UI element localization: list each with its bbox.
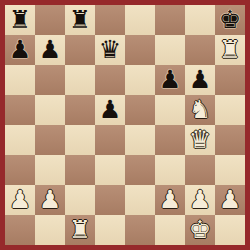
square-c2[interactable] bbox=[65, 185, 95, 215]
square-a4[interactable] bbox=[5, 125, 35, 155]
square-d1[interactable] bbox=[95, 215, 125, 245]
piece-black-pawn-a7: ♟ bbox=[5, 35, 35, 65]
piece-black-pawn-g6: ♟ bbox=[185, 65, 215, 95]
square-c6[interactable] bbox=[65, 65, 95, 95]
square-f5[interactable] bbox=[155, 95, 185, 125]
piece-white-pawn-h2: ♟ bbox=[215, 185, 245, 215]
square-h4[interactable] bbox=[215, 125, 245, 155]
square-c8[interactable]: ♜ bbox=[65, 5, 95, 35]
square-d6[interactable] bbox=[95, 65, 125, 95]
square-d5[interactable]: ♟ bbox=[95, 95, 125, 125]
square-g6[interactable]: ♟ bbox=[185, 65, 215, 95]
piece-black-pawn-d5: ♟ bbox=[95, 95, 125, 125]
square-b7[interactable]: ♟ bbox=[35, 35, 65, 65]
square-a7[interactable]: ♟ bbox=[5, 35, 35, 65]
square-h6[interactable] bbox=[215, 65, 245, 95]
square-b4[interactable] bbox=[35, 125, 65, 155]
square-c1[interactable]: ♜ bbox=[65, 215, 95, 245]
square-f6[interactable]: ♟ bbox=[155, 65, 185, 95]
square-e3[interactable] bbox=[125, 155, 155, 185]
piece-white-king-g1: ♚ bbox=[185, 215, 215, 245]
piece-white-knight-g5: ♞ bbox=[185, 95, 215, 125]
square-d3[interactable] bbox=[95, 155, 125, 185]
square-d2[interactable] bbox=[95, 185, 125, 215]
square-b6[interactable] bbox=[35, 65, 65, 95]
piece-black-pawn-b7: ♟ bbox=[35, 35, 65, 65]
square-b1[interactable] bbox=[35, 215, 65, 245]
square-e5[interactable] bbox=[125, 95, 155, 125]
square-g4[interactable]: ♛ bbox=[185, 125, 215, 155]
square-e1[interactable] bbox=[125, 215, 155, 245]
square-h7[interactable]: ♜ bbox=[215, 35, 245, 65]
square-a5[interactable] bbox=[5, 95, 35, 125]
piece-black-rook-c8: ♜ bbox=[65, 5, 95, 35]
square-d4[interactable] bbox=[95, 125, 125, 155]
square-b2[interactable]: ♟ bbox=[35, 185, 65, 215]
square-e7[interactable] bbox=[125, 35, 155, 65]
square-b5[interactable] bbox=[35, 95, 65, 125]
piece-white-pawn-a2: ♟ bbox=[5, 185, 35, 215]
square-e2[interactable] bbox=[125, 185, 155, 215]
square-a2[interactable]: ♟ bbox=[5, 185, 35, 215]
square-g7[interactable] bbox=[185, 35, 215, 65]
square-f8[interactable] bbox=[155, 5, 185, 35]
piece-white-rook-h7: ♜ bbox=[215, 35, 245, 65]
square-e8[interactable] bbox=[125, 5, 155, 35]
square-f7[interactable] bbox=[155, 35, 185, 65]
square-d8[interactable] bbox=[95, 5, 125, 35]
square-g3[interactable] bbox=[185, 155, 215, 185]
square-h8[interactable]: ♚ bbox=[215, 5, 245, 35]
piece-white-rook-c1: ♜ bbox=[65, 215, 95, 245]
square-h2[interactable]: ♟ bbox=[215, 185, 245, 215]
square-b8[interactable] bbox=[35, 5, 65, 35]
square-d7[interactable]: ♛ bbox=[95, 35, 125, 65]
square-g5[interactable]: ♞ bbox=[185, 95, 215, 125]
square-f3[interactable] bbox=[155, 155, 185, 185]
piece-white-pawn-f2: ♟ bbox=[155, 185, 185, 215]
square-h3[interactable] bbox=[215, 155, 245, 185]
piece-black-pawn-f6: ♟ bbox=[155, 65, 185, 95]
piece-black-king-h8: ♚ bbox=[215, 5, 245, 35]
piece-black-rook-a8: ♜ bbox=[5, 5, 35, 35]
chess-board: ♜♜♚♟♟♛♜♟♟♟♞♛♟♟♟♟♟♜♚ bbox=[5, 5, 245, 245]
square-f2[interactable]: ♟ bbox=[155, 185, 185, 215]
square-a1[interactable] bbox=[5, 215, 35, 245]
square-g2[interactable]: ♟ bbox=[185, 185, 215, 215]
square-e4[interactable] bbox=[125, 125, 155, 155]
square-b3[interactable] bbox=[35, 155, 65, 185]
square-g8[interactable] bbox=[185, 5, 215, 35]
piece-black-queen-d7: ♛ bbox=[95, 35, 125, 65]
piece-white-pawn-g2: ♟ bbox=[185, 185, 215, 215]
square-f1[interactable] bbox=[155, 215, 185, 245]
piece-white-pawn-b2: ♟ bbox=[35, 185, 65, 215]
square-c5[interactable] bbox=[65, 95, 95, 125]
square-h5[interactable] bbox=[215, 95, 245, 125]
square-c3[interactable] bbox=[65, 155, 95, 185]
square-f4[interactable] bbox=[155, 125, 185, 155]
square-e6[interactable] bbox=[125, 65, 155, 95]
square-a6[interactable] bbox=[5, 65, 35, 95]
square-c4[interactable] bbox=[65, 125, 95, 155]
chess-board-frame: ♜♜♚♟♟♛♜♟♟♟♞♛♟♟♟♟♟♜♚ bbox=[0, 0, 250, 250]
piece-white-queen-g4: ♛ bbox=[185, 125, 215, 155]
square-g1[interactable]: ♚ bbox=[185, 215, 215, 245]
square-a8[interactable]: ♜ bbox=[5, 5, 35, 35]
square-c7[interactable] bbox=[65, 35, 95, 65]
square-h1[interactable] bbox=[215, 215, 245, 245]
square-a3[interactable] bbox=[5, 155, 35, 185]
